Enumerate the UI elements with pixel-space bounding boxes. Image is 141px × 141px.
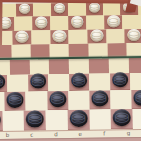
square-f4[interactable] bbox=[89, 58, 109, 73]
white-piece-d6[interactable]: ⛀ bbox=[53, 30, 66, 43]
square-f1[interactable] bbox=[89, 109, 111, 130]
black-piece-e1[interactable]: ⛂ bbox=[69, 110, 87, 127]
white-piece-f8[interactable]: ⛀ bbox=[89, 2, 101, 13]
square-g6[interactable] bbox=[106, 29, 125, 43]
black-piece-f2[interactable]: ⛂ bbox=[91, 90, 108, 106]
file-label-e: e bbox=[75, 130, 85, 136]
draughts-man-glyph: ⛀ bbox=[36, 16, 47, 29]
square-h2[interactable]: ⛂ bbox=[131, 89, 141, 108]
white-piece-c7[interactable]: ⛀ bbox=[35, 16, 48, 28]
file-label-d: d bbox=[51, 131, 61, 137]
draughts-man-glyph: ⛀ bbox=[89, 2, 99, 14]
checkers-board-photo: ⛀⛀⛀⛀⛀⛀⛀⛀⛀⛀⛀⛀⛂⛂⛂⛂⛂⛂⛂⛂⛂⛂⛂⛂ abcdefgh bbox=[0, 0, 141, 141]
draughts-man-glyph: ⛂ bbox=[72, 72, 86, 89]
square-f2[interactable]: ⛂ bbox=[89, 90, 110, 109]
white-piece-b6[interactable]: ⛀ bbox=[15, 30, 28, 43]
black-piece-h2[interactable]: ⛂ bbox=[133, 89, 141, 105]
square-b8[interactable]: ⛀ bbox=[16, 3, 34, 17]
square-e7[interactable]: ⛀ bbox=[68, 16, 86, 30]
square-d1[interactable] bbox=[46, 110, 68, 131]
draughts-man-glyph: ⛂ bbox=[92, 89, 107, 107]
square-h6[interactable]: ⛀ bbox=[124, 29, 141, 43]
draughts-man-glyph: ⛂ bbox=[27, 109, 43, 128]
draughts-man-glyph: ⛀ bbox=[128, 28, 140, 42]
draughts-man-glyph: ⛂ bbox=[71, 109, 87, 128]
square-f6[interactable]: ⛀ bbox=[87, 29, 106, 43]
black-piece-a1[interactable]: ⛂ bbox=[0, 111, 1, 128]
square-c7[interactable]: ⛀ bbox=[32, 16, 50, 30]
draughts-man-glyph: ⛀ bbox=[54, 29, 66, 43]
draughts-man-glyph: ⛂ bbox=[8, 90, 23, 108]
draughts-man-glyph: ⛂ bbox=[31, 73, 45, 90]
square-g3[interactable]: ⛂ bbox=[110, 73, 131, 90]
file-label-g: g bbox=[123, 130, 133, 136]
square-e6[interactable] bbox=[69, 30, 88, 44]
square-h4[interactable] bbox=[129, 57, 141, 72]
draughts-man-glyph: ⛂ bbox=[135, 88, 141, 106]
board-row-1: ⛂⛂⛂⛂ bbox=[0, 108, 141, 131]
square-b2[interactable]: ⛂ bbox=[5, 91, 26, 110]
square-f8[interactable]: ⛀ bbox=[86, 2, 104, 16]
draughts-man-glyph: ⛀ bbox=[55, 2, 65, 14]
black-piece-e3[interactable]: ⛂ bbox=[71, 73, 87, 88]
white-piece-e7[interactable]: ⛀ bbox=[71, 16, 84, 28]
draughts-man-glyph: ⛂ bbox=[114, 108, 130, 127]
white-piece-h6[interactable]: ⛀ bbox=[127, 28, 140, 41]
draughts-man-glyph: ⛀ bbox=[108, 14, 119, 27]
file-label-c: c bbox=[27, 131, 37, 137]
white-piece-b8[interactable]: ⛀ bbox=[19, 3, 31, 14]
draughts-man-glyph: ⛂ bbox=[113, 71, 127, 88]
square-b6[interactable]: ⛀ bbox=[13, 31, 32, 45]
square-c6[interactable] bbox=[31, 30, 50, 44]
square-e3[interactable]: ⛂ bbox=[69, 73, 90, 90]
square-d8[interactable]: ⛀ bbox=[51, 3, 69, 17]
square-d2[interactable]: ⛂ bbox=[47, 91, 68, 110]
draughts-man-glyph: ⛂ bbox=[0, 73, 4, 90]
white-piece-f6[interactable]: ⛀ bbox=[90, 29, 103, 42]
square-c3[interactable]: ⛂ bbox=[28, 74, 49, 91]
file-label-f: f bbox=[99, 130, 109, 136]
draughts-man-glyph: ⛀ bbox=[91, 28, 103, 42]
black-piece-g3[interactable]: ⛂ bbox=[112, 72, 128, 87]
white-piece-g7[interactable]: ⛀ bbox=[107, 15, 120, 27]
square-a6[interactable] bbox=[0, 31, 13, 45]
square-g1[interactable]: ⛂ bbox=[111, 109, 133, 130]
square-b4[interactable] bbox=[9, 59, 29, 74]
square-g7[interactable]: ⛀ bbox=[104, 15, 122, 29]
black-piece-c1[interactable]: ⛂ bbox=[26, 110, 44, 127]
draughts-man-glyph: ⛀ bbox=[20, 3, 30, 15]
black-piece-g1[interactable]: ⛂ bbox=[113, 109, 131, 126]
draughts-man-glyph: ⛀ bbox=[16, 29, 28, 43]
draughts-man-glyph: ⛂ bbox=[50, 90, 65, 108]
file-label-b: b bbox=[2, 132, 12, 138]
square-d4[interactable] bbox=[49, 59, 69, 74]
square-a7[interactable]: ⛀ bbox=[0, 17, 15, 31]
black-piece-b2[interactable]: ⛂ bbox=[7, 91, 24, 107]
square-b1[interactable] bbox=[2, 110, 24, 131]
square-e1[interactable]: ⛂ bbox=[68, 109, 90, 130]
black-piece-a3[interactable]: ⛂ bbox=[0, 74, 5, 89]
white-piece-d8[interactable]: ⛀ bbox=[54, 3, 66, 14]
black-piece-d2[interactable]: ⛂ bbox=[49, 91, 66, 107]
draughts-man-glyph: ⛀ bbox=[72, 15, 83, 28]
square-d6[interactable]: ⛀ bbox=[50, 30, 69, 44]
square-c1[interactable]: ⛂ bbox=[24, 110, 46, 131]
board-frame-left-edge bbox=[0, 1, 1, 45]
square-h1[interactable] bbox=[133, 108, 141, 129]
black-piece-c3[interactable]: ⛂ bbox=[30, 74, 46, 89]
